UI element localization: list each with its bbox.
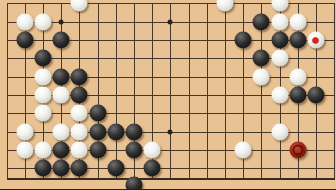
black-stone bbox=[53, 160, 70, 177]
white-stone bbox=[271, 123, 288, 140]
black-stone bbox=[271, 32, 288, 49]
black-stone bbox=[125, 142, 142, 159]
white-stone bbox=[34, 87, 51, 104]
black-stone bbox=[253, 50, 270, 67]
black-stone bbox=[53, 32, 70, 49]
black-stone bbox=[34, 50, 51, 67]
black-stone bbox=[71, 160, 88, 177]
grid-line-vertical bbox=[225, 3, 226, 179]
white-stone bbox=[71, 0, 88, 12]
black-stone bbox=[34, 160, 51, 177]
white-stone bbox=[16, 13, 33, 30]
white-stone bbox=[253, 68, 270, 85]
grid-line-vertical bbox=[207, 3, 208, 179]
grid-line-vertical bbox=[189, 3, 190, 179]
red-target-stone bbox=[289, 142, 306, 159]
white-stone bbox=[289, 13, 306, 30]
white-stone bbox=[271, 87, 288, 104]
grid-line-horizontal bbox=[7, 113, 336, 114]
white-stone bbox=[34, 142, 51, 159]
star-point bbox=[168, 19, 173, 24]
white-stone bbox=[34, 13, 51, 30]
black-stone bbox=[107, 123, 124, 140]
white-stone bbox=[34, 68, 51, 85]
white-stone bbox=[271, 0, 288, 12]
white-stone bbox=[53, 87, 70, 104]
white-stone bbox=[71, 123, 88, 140]
black-stone bbox=[144, 160, 161, 177]
white-stone bbox=[216, 0, 233, 12]
black-stone bbox=[235, 32, 252, 49]
black-stone bbox=[89, 142, 106, 159]
white-stone bbox=[34, 105, 51, 122]
star-point bbox=[168, 129, 173, 134]
white-stone bbox=[235, 142, 252, 159]
black-stone bbox=[89, 105, 106, 122]
black-stone bbox=[89, 123, 106, 140]
black-stone bbox=[125, 177, 142, 190]
grid-line-vertical bbox=[334, 3, 335, 179]
white-stone bbox=[289, 68, 306, 85]
white-stone bbox=[144, 142, 161, 159]
last-move-red-dot-marker bbox=[313, 37, 319, 43]
grid-line-vertical bbox=[170, 3, 171, 179]
white-stone bbox=[71, 142, 88, 159]
black-stone bbox=[71, 68, 88, 85]
black-stone bbox=[307, 87, 324, 104]
black-stone bbox=[253, 13, 270, 30]
white-stone bbox=[16, 142, 33, 159]
black-stone bbox=[289, 32, 306, 49]
grid-line-vertical bbox=[116, 3, 117, 179]
white-stone bbox=[271, 13, 288, 30]
black-stone bbox=[125, 123, 142, 140]
black-stone bbox=[16, 32, 33, 49]
go-board[interactable] bbox=[0, 0, 336, 189]
board-bottom-edge-line bbox=[7, 178, 336, 180]
black-stone bbox=[53, 142, 70, 159]
white-stone bbox=[271, 50, 288, 67]
red-stone-ring bbox=[292, 145, 303, 156]
white-stone bbox=[71, 105, 88, 122]
white-stone bbox=[16, 123, 33, 140]
white-stone bbox=[307, 32, 324, 49]
black-stone bbox=[71, 87, 88, 104]
white-stone bbox=[53, 123, 70, 140]
black-stone bbox=[53, 68, 70, 85]
star-point bbox=[59, 19, 64, 24]
black-stone bbox=[107, 160, 124, 177]
black-stone bbox=[289, 87, 306, 104]
grid-line-vertical bbox=[7, 3, 8, 179]
